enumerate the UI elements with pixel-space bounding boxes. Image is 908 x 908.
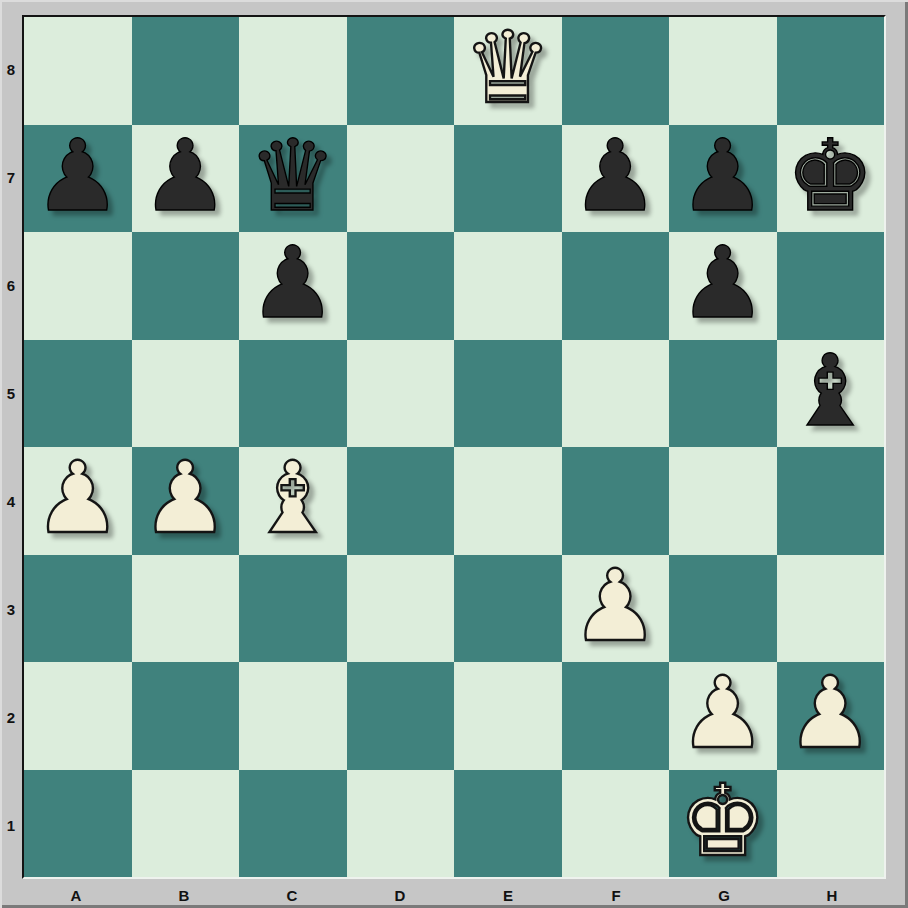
square-b2[interactable] xyxy=(132,662,240,770)
piece-black-queen: ♛ xyxy=(248,126,337,225)
piece-black-pawn: ♟ xyxy=(248,233,337,332)
square-d5[interactable] xyxy=(347,340,455,448)
square-d4[interactable] xyxy=(347,447,455,555)
square-f7[interactable]: ♟ xyxy=(562,125,670,233)
square-f4[interactable] xyxy=(562,447,670,555)
file-label-e: E xyxy=(454,883,562,907)
piece-black-king: ♚ xyxy=(786,126,875,225)
piece-white-bishop: ♝ xyxy=(248,448,337,547)
square-c4[interactable]: ♝ xyxy=(239,447,347,555)
square-a1[interactable] xyxy=(24,770,132,878)
rank-labels: 87654321 xyxy=(0,15,22,879)
file-label-h: H xyxy=(778,883,886,907)
square-f6[interactable] xyxy=(562,232,670,340)
square-b5[interactable] xyxy=(132,340,240,448)
square-f8[interactable] xyxy=(562,17,670,125)
square-f1[interactable] xyxy=(562,770,670,878)
square-h6[interactable] xyxy=(777,232,885,340)
piece-white-pawn: ♟ xyxy=(786,663,875,762)
square-h7[interactable]: ♚ xyxy=(777,125,885,233)
square-g6[interactable]: ♟ xyxy=(669,232,777,340)
file-label-a: A xyxy=(22,883,130,907)
square-e7[interactable] xyxy=(454,125,562,233)
square-h2[interactable]: ♟ xyxy=(777,662,885,770)
piece-black-bishop: ♝ xyxy=(786,341,875,440)
rank-label-3: 3 xyxy=(0,555,22,663)
square-c8[interactable] xyxy=(239,17,347,125)
square-d7[interactable] xyxy=(347,125,455,233)
square-e6[interactable] xyxy=(454,232,562,340)
square-c7[interactable]: ♛ xyxy=(239,125,347,233)
square-g4[interactable] xyxy=(669,447,777,555)
file-label-d: D xyxy=(346,883,454,907)
rank-label-5: 5 xyxy=(0,339,22,447)
square-g1[interactable]: ♚ xyxy=(669,770,777,878)
square-g2[interactable]: ♟ xyxy=(669,662,777,770)
square-g3[interactable] xyxy=(669,555,777,663)
piece-black-pawn: ♟ xyxy=(678,233,767,332)
square-d2[interactable] xyxy=(347,662,455,770)
square-b1[interactable] xyxy=(132,770,240,878)
square-f5[interactable] xyxy=(562,340,670,448)
file-label-c: C xyxy=(238,883,346,907)
piece-black-pawn: ♟ xyxy=(571,126,660,225)
piece-white-pawn: ♟ xyxy=(678,663,767,762)
square-e8[interactable]: ♛ xyxy=(454,17,562,125)
piece-black-pawn: ♟ xyxy=(141,126,230,225)
square-h4[interactable] xyxy=(777,447,885,555)
rank-label-7: 7 xyxy=(0,123,22,231)
square-h3[interactable] xyxy=(777,555,885,663)
square-e4[interactable] xyxy=(454,447,562,555)
square-d3[interactable] xyxy=(347,555,455,663)
piece-black-pawn: ♟ xyxy=(678,126,767,225)
piece-white-queen: ♛ xyxy=(463,18,552,117)
square-h1[interactable] xyxy=(777,770,885,878)
square-e3[interactable] xyxy=(454,555,562,663)
square-h8[interactable] xyxy=(777,17,885,125)
square-h5[interactable]: ♝ xyxy=(777,340,885,448)
square-c5[interactable] xyxy=(239,340,347,448)
file-label-g: G xyxy=(670,883,778,907)
file-labels: ABCDEFGH xyxy=(22,883,886,907)
square-a2[interactable] xyxy=(24,662,132,770)
rank-label-8: 8 xyxy=(0,15,22,123)
square-c2[interactable] xyxy=(239,662,347,770)
square-a3[interactable] xyxy=(24,555,132,663)
rank-label-2: 2 xyxy=(0,663,22,771)
square-e2[interactable] xyxy=(454,662,562,770)
square-g7[interactable]: ♟ xyxy=(669,125,777,233)
square-a7[interactable]: ♟ xyxy=(24,125,132,233)
square-d1[interactable] xyxy=(347,770,455,878)
square-e5[interactable] xyxy=(454,340,562,448)
square-c3[interactable] xyxy=(239,555,347,663)
square-b3[interactable] xyxy=(132,555,240,663)
square-e1[interactable] xyxy=(454,770,562,878)
piece-black-pawn: ♟ xyxy=(33,126,122,225)
rank-label-1: 1 xyxy=(0,771,22,879)
piece-white-king: ♚ xyxy=(678,771,767,870)
piece-white-pawn: ♟ xyxy=(33,448,122,547)
file-label-b: B xyxy=(130,883,238,907)
square-b7[interactable]: ♟ xyxy=(132,125,240,233)
square-a8[interactable] xyxy=(24,17,132,125)
square-f2[interactable] xyxy=(562,662,670,770)
square-d8[interactable] xyxy=(347,17,455,125)
square-f3[interactable]: ♟ xyxy=(562,555,670,663)
rank-label-6: 6 xyxy=(0,231,22,339)
chessboard-window: 87654321 ♛♟♟♛♟♟♚♟♟♝♟♟♝♟♟♟♚ ABCDEFGH xyxy=(0,0,908,908)
square-g5[interactable] xyxy=(669,340,777,448)
square-b4[interactable]: ♟ xyxy=(132,447,240,555)
square-b6[interactable] xyxy=(132,232,240,340)
square-d6[interactable] xyxy=(347,232,455,340)
file-label-f: F xyxy=(562,883,670,907)
square-c1[interactable] xyxy=(239,770,347,878)
square-a4[interactable]: ♟ xyxy=(24,447,132,555)
square-g8[interactable] xyxy=(669,17,777,125)
piece-white-pawn: ♟ xyxy=(141,448,230,547)
square-b8[interactable] xyxy=(132,17,240,125)
square-c6[interactable]: ♟ xyxy=(239,232,347,340)
rank-label-4: 4 xyxy=(0,447,22,555)
square-a6[interactable] xyxy=(24,232,132,340)
square-a5[interactable] xyxy=(24,340,132,448)
piece-white-pawn: ♟ xyxy=(571,556,660,655)
chess-board[interactable]: ♛♟♟♛♟♟♚♟♟♝♟♟♝♟♟♟♚ xyxy=(22,15,886,879)
